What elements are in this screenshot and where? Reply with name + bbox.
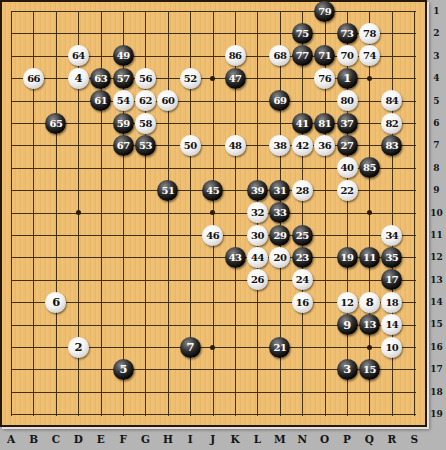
intersection-K8[interactable] xyxy=(224,157,246,179)
intersection-Q17[interactable]: 15 xyxy=(358,358,380,380)
intersection-F3[interactable]: 49 xyxy=(112,45,134,67)
intersection-F7[interactable]: 67 xyxy=(112,134,134,156)
intersection-L16[interactable] xyxy=(246,336,268,358)
intersection-S5[interactable] xyxy=(403,90,425,112)
intersection-B10[interactable] xyxy=(22,202,44,224)
intersection-S9[interactable] xyxy=(403,179,425,201)
intersection-M17[interactable] xyxy=(269,358,291,380)
intersection-Q1[interactable] xyxy=(358,0,380,22)
intersection-D9[interactable] xyxy=(67,179,89,201)
intersection-L5[interactable] xyxy=(246,90,268,112)
intersection-S17[interactable] xyxy=(403,358,425,380)
intersection-A10[interactable] xyxy=(0,202,22,224)
intersection-I6[interactable] xyxy=(179,112,201,134)
intersection-L19[interactable] xyxy=(246,403,268,425)
intersection-S12[interactable] xyxy=(403,246,425,268)
intersection-O18[interactable] xyxy=(313,381,335,403)
intersection-N9[interactable]: 28 xyxy=(291,179,313,201)
intersection-N10[interactable] xyxy=(291,202,313,224)
intersection-Q19[interactable] xyxy=(358,403,380,425)
intersection-E6[interactable] xyxy=(90,112,112,134)
intersection-L17[interactable] xyxy=(246,358,268,380)
intersection-J14[interactable] xyxy=(202,291,224,313)
intersection-R17[interactable] xyxy=(381,358,403,380)
intersection-L18[interactable] xyxy=(246,381,268,403)
intersection-D4[interactable]: 4 xyxy=(67,67,89,89)
intersection-L8[interactable] xyxy=(246,157,268,179)
intersection-O12[interactable] xyxy=(313,246,335,268)
intersection-N8[interactable] xyxy=(291,157,313,179)
intersection-Q11[interactable] xyxy=(358,224,380,246)
intersection-A18[interactable] xyxy=(0,381,22,403)
intersection-D15[interactable] xyxy=(67,313,89,335)
intersection-S15[interactable] xyxy=(403,313,425,335)
intersection-K2[interactable] xyxy=(224,22,246,44)
intersection-N17[interactable] xyxy=(291,358,313,380)
intersection-C13[interactable] xyxy=(45,269,67,291)
intersection-I9[interactable] xyxy=(179,179,201,201)
intersection-I11[interactable] xyxy=(179,224,201,246)
intersection-F16[interactable] xyxy=(112,336,134,358)
intersection-K5[interactable] xyxy=(224,90,246,112)
intersection-H3[interactable] xyxy=(157,45,179,67)
intersection-R12[interactable]: 35 xyxy=(381,246,403,268)
intersection-N19[interactable] xyxy=(291,403,313,425)
intersection-H4[interactable] xyxy=(157,67,179,89)
intersection-A11[interactable] xyxy=(0,224,22,246)
intersection-P15[interactable]: 9 xyxy=(336,313,358,335)
intersection-C1[interactable] xyxy=(45,0,67,22)
intersection-G9[interactable] xyxy=(134,179,156,201)
intersection-C19[interactable] xyxy=(45,403,67,425)
intersection-I16[interactable]: 7 xyxy=(179,336,201,358)
intersection-J16[interactable] xyxy=(202,336,224,358)
intersection-B18[interactable] xyxy=(22,381,44,403)
intersection-B14[interactable] xyxy=(22,291,44,313)
intersection-F11[interactable] xyxy=(112,224,134,246)
intersection-G4[interactable]: 56 xyxy=(134,67,156,89)
intersection-F4[interactable]: 57 xyxy=(112,67,134,89)
intersection-I2[interactable] xyxy=(179,22,201,44)
intersection-P6[interactable]: 37 xyxy=(336,112,358,134)
intersection-D19[interactable] xyxy=(67,403,89,425)
intersection-M3[interactable]: 68 xyxy=(269,45,291,67)
intersection-S18[interactable] xyxy=(403,381,425,403)
intersection-Q16[interactable] xyxy=(358,336,380,358)
intersection-C16[interactable] xyxy=(45,336,67,358)
intersection-N12[interactable]: 23 xyxy=(291,246,313,268)
intersection-S2[interactable] xyxy=(403,22,425,44)
intersection-R3[interactable] xyxy=(381,45,403,67)
intersection-R15[interactable]: 14 xyxy=(381,313,403,335)
intersection-B11[interactable] xyxy=(22,224,44,246)
intersection-J6[interactable] xyxy=(202,112,224,134)
intersection-D5[interactable] xyxy=(67,90,89,112)
intersection-P13[interactable] xyxy=(336,269,358,291)
intersection-M10[interactable]: 33 xyxy=(269,202,291,224)
intersection-O4[interactable]: 76 xyxy=(313,67,335,89)
intersection-G17[interactable] xyxy=(134,358,156,380)
intersection-R4[interactable] xyxy=(381,67,403,89)
intersection-B12[interactable] xyxy=(22,246,44,268)
intersection-R9[interactable] xyxy=(381,179,403,201)
intersection-G13[interactable] xyxy=(134,269,156,291)
intersection-O10[interactable] xyxy=(313,202,335,224)
intersection-H10[interactable] xyxy=(157,202,179,224)
intersection-O17[interactable] xyxy=(313,358,335,380)
intersection-M12[interactable]: 20 xyxy=(269,246,291,268)
intersection-C5[interactable] xyxy=(45,90,67,112)
intersection-C6[interactable]: 65 xyxy=(45,112,67,134)
intersection-S3[interactable] xyxy=(403,45,425,67)
intersection-I1[interactable] xyxy=(179,0,201,22)
intersection-F10[interactable] xyxy=(112,202,134,224)
intersection-I13[interactable] xyxy=(179,269,201,291)
intersection-C17[interactable] xyxy=(45,358,67,380)
intersection-B7[interactable] xyxy=(22,134,44,156)
intersection-Q18[interactable] xyxy=(358,381,380,403)
intersection-P7[interactable]: 27 xyxy=(336,134,358,156)
intersection-C11[interactable] xyxy=(45,224,67,246)
intersection-H13[interactable] xyxy=(157,269,179,291)
intersection-J15[interactable] xyxy=(202,313,224,335)
intersection-R11[interactable]: 34 xyxy=(381,224,403,246)
intersection-H2[interactable] xyxy=(157,22,179,44)
intersection-A13[interactable] xyxy=(0,269,22,291)
intersection-F9[interactable] xyxy=(112,179,134,201)
intersection-P1[interactable] xyxy=(336,0,358,22)
intersection-K3[interactable]: 86 xyxy=(224,45,246,67)
intersection-R19[interactable] xyxy=(381,403,403,425)
intersection-E13[interactable] xyxy=(90,269,112,291)
intersection-P11[interactable] xyxy=(336,224,358,246)
intersection-J8[interactable] xyxy=(202,157,224,179)
intersection-K11[interactable] xyxy=(224,224,246,246)
intersection-D11[interactable] xyxy=(67,224,89,246)
intersection-C15[interactable] xyxy=(45,313,67,335)
intersection-R2[interactable] xyxy=(381,22,403,44)
intersection-M5[interactable]: 69 xyxy=(269,90,291,112)
intersection-D6[interactable] xyxy=(67,112,89,134)
intersection-G16[interactable] xyxy=(134,336,156,358)
intersection-L15[interactable] xyxy=(246,313,268,335)
intersection-A3[interactable] xyxy=(0,45,22,67)
intersection-E10[interactable] xyxy=(90,202,112,224)
intersection-I19[interactable] xyxy=(179,403,201,425)
intersection-A19[interactable] xyxy=(0,403,22,425)
intersection-D17[interactable] xyxy=(67,358,89,380)
intersection-H9[interactable]: 51 xyxy=(157,179,179,201)
intersection-E5[interactable]: 61 xyxy=(90,90,112,112)
intersection-J2[interactable] xyxy=(202,22,224,44)
intersection-M18[interactable] xyxy=(269,381,291,403)
intersection-H16[interactable] xyxy=(157,336,179,358)
intersection-F17[interactable]: 5 xyxy=(112,358,134,380)
intersection-M15[interactable] xyxy=(269,313,291,335)
intersection-Q10[interactable] xyxy=(358,202,380,224)
intersection-G12[interactable] xyxy=(134,246,156,268)
intersection-F18[interactable] xyxy=(112,381,134,403)
intersection-O3[interactable]: 71 xyxy=(313,45,335,67)
intersection-E3[interactable] xyxy=(90,45,112,67)
intersection-E1[interactable] xyxy=(90,0,112,22)
intersection-E4[interactable]: 63 xyxy=(90,67,112,89)
intersection-P5[interactable]: 80 xyxy=(336,90,358,112)
intersection-K10[interactable] xyxy=(224,202,246,224)
intersection-H1[interactable] xyxy=(157,0,179,22)
intersection-M6[interactable] xyxy=(269,112,291,134)
intersection-I7[interactable]: 50 xyxy=(179,134,201,156)
intersection-J3[interactable] xyxy=(202,45,224,67)
intersection-S7[interactable] xyxy=(403,134,425,156)
intersection-P3[interactable]: 70 xyxy=(336,45,358,67)
intersection-I3[interactable] xyxy=(179,45,201,67)
intersection-G7[interactable]: 53 xyxy=(134,134,156,156)
intersection-Q3[interactable]: 74 xyxy=(358,45,380,67)
intersection-J12[interactable] xyxy=(202,246,224,268)
intersection-O2[interactable] xyxy=(313,22,335,44)
intersection-P4[interactable]: 1 xyxy=(336,67,358,89)
intersection-N7[interactable]: 42 xyxy=(291,134,313,156)
intersection-O13[interactable] xyxy=(313,269,335,291)
intersection-A12[interactable] xyxy=(0,246,22,268)
intersection-Q12[interactable]: 11 xyxy=(358,246,380,268)
intersection-C10[interactable] xyxy=(45,202,67,224)
intersection-K1[interactable] xyxy=(224,0,246,22)
intersection-J17[interactable] xyxy=(202,358,224,380)
intersection-R6[interactable]: 82 xyxy=(381,112,403,134)
intersection-B4[interactable]: 66 xyxy=(22,67,44,89)
intersection-L14[interactable] xyxy=(246,291,268,313)
intersection-R5[interactable]: 84 xyxy=(381,90,403,112)
intersection-L2[interactable] xyxy=(246,22,268,44)
intersection-J9[interactable]: 45 xyxy=(202,179,224,201)
intersection-I5[interactable] xyxy=(179,90,201,112)
intersection-L13[interactable]: 26 xyxy=(246,269,268,291)
intersection-B5[interactable] xyxy=(22,90,44,112)
intersection-L12[interactable]: 44 xyxy=(246,246,268,268)
intersection-Q6[interactable] xyxy=(358,112,380,134)
intersection-N16[interactable] xyxy=(291,336,313,358)
intersection-O11[interactable] xyxy=(313,224,335,246)
intersection-H11[interactable] xyxy=(157,224,179,246)
intersection-R8[interactable] xyxy=(381,157,403,179)
intersection-B17[interactable] xyxy=(22,358,44,380)
intersection-P16[interactable] xyxy=(336,336,358,358)
intersection-C7[interactable] xyxy=(45,134,67,156)
intersection-Q5[interactable] xyxy=(358,90,380,112)
intersection-B9[interactable] xyxy=(22,179,44,201)
intersection-A2[interactable] xyxy=(0,22,22,44)
intersection-P8[interactable]: 40 xyxy=(336,157,358,179)
intersection-G5[interactable]: 62 xyxy=(134,90,156,112)
intersection-D12[interactable] xyxy=(67,246,89,268)
intersection-D3[interactable]: 64 xyxy=(67,45,89,67)
intersection-B6[interactable] xyxy=(22,112,44,134)
intersection-K18[interactable] xyxy=(224,381,246,403)
intersection-C18[interactable] xyxy=(45,381,67,403)
intersection-N11[interactable]: 25 xyxy=(291,224,313,246)
intersection-A5[interactable] xyxy=(0,90,22,112)
intersection-Q4[interactable] xyxy=(358,67,380,89)
intersection-D2[interactable] xyxy=(67,22,89,44)
intersection-P18[interactable] xyxy=(336,381,358,403)
intersection-C4[interactable] xyxy=(45,67,67,89)
intersection-G3[interactable] xyxy=(134,45,156,67)
intersection-R16[interactable]: 10 xyxy=(381,336,403,358)
intersection-D10[interactable] xyxy=(67,202,89,224)
intersection-D8[interactable] xyxy=(67,157,89,179)
intersection-F5[interactable]: 54 xyxy=(112,90,134,112)
intersection-H8[interactable] xyxy=(157,157,179,179)
intersection-P19[interactable] xyxy=(336,403,358,425)
intersection-N1[interactable] xyxy=(291,0,313,22)
intersection-E19[interactable] xyxy=(90,403,112,425)
intersection-I17[interactable] xyxy=(179,358,201,380)
intersection-L7[interactable] xyxy=(246,134,268,156)
intersection-F6[interactable]: 59 xyxy=(112,112,134,134)
intersection-A6[interactable] xyxy=(0,112,22,134)
intersection-C12[interactable] xyxy=(45,246,67,268)
intersection-D18[interactable] xyxy=(67,381,89,403)
intersection-C2[interactable] xyxy=(45,22,67,44)
intersection-E12[interactable] xyxy=(90,246,112,268)
intersection-S11[interactable] xyxy=(403,224,425,246)
intersection-G8[interactable] xyxy=(134,157,156,179)
intersection-L10[interactable]: 32 xyxy=(246,202,268,224)
intersection-F15[interactable] xyxy=(112,313,134,335)
intersection-B15[interactable] xyxy=(22,313,44,335)
intersection-L9[interactable]: 39 xyxy=(246,179,268,201)
intersection-J4[interactable] xyxy=(202,67,224,89)
intersection-P14[interactable]: 12 xyxy=(336,291,358,313)
intersection-F14[interactable] xyxy=(112,291,134,313)
intersection-E18[interactable] xyxy=(90,381,112,403)
intersection-J10[interactable] xyxy=(202,202,224,224)
intersection-A9[interactable] xyxy=(0,179,22,201)
intersection-O15[interactable] xyxy=(313,313,335,335)
intersection-B1[interactable] xyxy=(22,0,44,22)
intersection-B16[interactable] xyxy=(22,336,44,358)
intersection-C9[interactable] xyxy=(45,179,67,201)
intersection-O6[interactable]: 81 xyxy=(313,112,335,134)
intersection-R14[interactable]: 18 xyxy=(381,291,403,313)
intersection-N6[interactable]: 41 xyxy=(291,112,313,134)
intersection-J1[interactable] xyxy=(202,0,224,22)
intersection-D1[interactable] xyxy=(67,0,89,22)
intersection-I8[interactable] xyxy=(179,157,201,179)
intersection-P12[interactable]: 19 xyxy=(336,246,358,268)
intersection-K15[interactable] xyxy=(224,313,246,335)
intersection-I18[interactable] xyxy=(179,381,201,403)
intersection-G10[interactable] xyxy=(134,202,156,224)
intersection-K7[interactable]: 48 xyxy=(224,134,246,156)
intersection-M1[interactable] xyxy=(269,0,291,22)
intersection-A1[interactable] xyxy=(0,0,22,22)
intersection-I12[interactable] xyxy=(179,246,201,268)
intersection-J19[interactable] xyxy=(202,403,224,425)
intersection-Q2[interactable]: 78 xyxy=(358,22,380,44)
intersection-M4[interactable] xyxy=(269,67,291,89)
intersection-N15[interactable] xyxy=(291,313,313,335)
intersection-R7[interactable]: 83 xyxy=(381,134,403,156)
intersection-S1[interactable] xyxy=(403,0,425,22)
intersection-K16[interactable] xyxy=(224,336,246,358)
intersection-E17[interactable] xyxy=(90,358,112,380)
intersection-S19[interactable] xyxy=(403,403,425,425)
intersection-S16[interactable] xyxy=(403,336,425,358)
intersection-C3[interactable] xyxy=(45,45,67,67)
intersection-O8[interactable] xyxy=(313,157,335,179)
intersection-H5[interactable]: 60 xyxy=(157,90,179,112)
intersection-O14[interactable] xyxy=(313,291,335,313)
intersection-G6[interactable]: 58 xyxy=(134,112,156,134)
intersection-G18[interactable] xyxy=(134,381,156,403)
intersection-L4[interactable] xyxy=(246,67,268,89)
intersection-M9[interactable]: 31 xyxy=(269,179,291,201)
intersection-G2[interactable] xyxy=(134,22,156,44)
intersection-I15[interactable] xyxy=(179,313,201,335)
intersection-K9[interactable] xyxy=(224,179,246,201)
intersection-G19[interactable] xyxy=(134,403,156,425)
intersection-M2[interactable] xyxy=(269,22,291,44)
intersection-P2[interactable]: 73 xyxy=(336,22,358,44)
intersection-N4[interactable] xyxy=(291,67,313,89)
intersection-S10[interactable] xyxy=(403,202,425,224)
intersection-A14[interactable] xyxy=(0,291,22,313)
intersection-M13[interactable] xyxy=(269,269,291,291)
intersection-Q13[interactable] xyxy=(358,269,380,291)
intersection-K17[interactable] xyxy=(224,358,246,380)
intersection-F8[interactable] xyxy=(112,157,134,179)
intersection-Q9[interactable] xyxy=(358,179,380,201)
intersection-A16[interactable] xyxy=(0,336,22,358)
intersection-E14[interactable] xyxy=(90,291,112,313)
intersection-A4[interactable] xyxy=(0,67,22,89)
intersection-F2[interactable] xyxy=(112,22,134,44)
intersection-A15[interactable] xyxy=(0,313,22,335)
intersection-M14[interactable] xyxy=(269,291,291,313)
intersection-E7[interactable] xyxy=(90,134,112,156)
intersection-E11[interactable] xyxy=(90,224,112,246)
intersection-L6[interactable] xyxy=(246,112,268,134)
intersection-G14[interactable] xyxy=(134,291,156,313)
intersection-G15[interactable] xyxy=(134,313,156,335)
intersection-E16[interactable] xyxy=(90,336,112,358)
intersection-S6[interactable] xyxy=(403,112,425,134)
intersection-H17[interactable] xyxy=(157,358,179,380)
intersection-K6[interactable] xyxy=(224,112,246,134)
intersection-N18[interactable] xyxy=(291,381,313,403)
intersection-I10[interactable] xyxy=(179,202,201,224)
intersection-O9[interactable] xyxy=(313,179,335,201)
intersection-Q14[interactable]: 8 xyxy=(358,291,380,313)
intersection-J5[interactable] xyxy=(202,90,224,112)
intersection-L11[interactable]: 30 xyxy=(246,224,268,246)
intersection-C14[interactable]: 6 xyxy=(45,291,67,313)
intersection-N3[interactable]: 77 xyxy=(291,45,313,67)
intersection-P10[interactable] xyxy=(336,202,358,224)
intersection-L3[interactable] xyxy=(246,45,268,67)
intersection-P17[interactable]: 3 xyxy=(336,358,358,380)
intersection-N5[interactable] xyxy=(291,90,313,112)
intersection-C8[interactable] xyxy=(45,157,67,179)
intersection-D13[interactable] xyxy=(67,269,89,291)
intersection-G1[interactable] xyxy=(134,0,156,22)
intersection-I14[interactable] xyxy=(179,291,201,313)
intersection-E15[interactable] xyxy=(90,313,112,335)
intersection-M11[interactable]: 29 xyxy=(269,224,291,246)
